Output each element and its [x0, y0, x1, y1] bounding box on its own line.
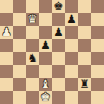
- square-c7[interactable]: ♛: [26, 13, 39, 26]
- square-g1[interactable]: [78, 91, 91, 104]
- square-d5[interactable]: ♟: [39, 39, 52, 52]
- square-b8[interactable]: [13, 0, 26, 13]
- white-queen-icon[interactable]: ♛: [27, 13, 37, 26]
- white-king-icon[interactable]: ♚: [40, 91, 50, 104]
- square-b4[interactable]: [13, 52, 26, 65]
- white-pawn-icon[interactable]: ♟: [1, 26, 11, 39]
- square-b1[interactable]: [13, 91, 26, 104]
- square-f7[interactable]: ♟: [65, 13, 78, 26]
- square-c1[interactable]: [26, 91, 39, 104]
- square-c2[interactable]: [26, 78, 39, 91]
- square-e4[interactable]: [52, 52, 65, 65]
- square-c3[interactable]: [26, 65, 39, 78]
- square-d4[interactable]: [39, 52, 52, 65]
- square-h3[interactable]: [91, 65, 104, 78]
- square-g2[interactable]: ♜: [78, 78, 91, 91]
- square-a5[interactable]: [0, 39, 13, 52]
- square-e5[interactable]: [52, 39, 65, 52]
- black-pawn-icon[interactable]: ♟: [40, 39, 50, 52]
- square-b6[interactable]: [13, 26, 26, 39]
- black-king-icon[interactable]: ♚: [53, 0, 63, 13]
- square-b2[interactable]: [13, 78, 26, 91]
- chess-board: ♚♛♟♟♟♟♞♝♜♚: [0, 0, 104, 104]
- square-g7[interactable]: [78, 13, 91, 26]
- black-pawn-icon[interactable]: ♟: [53, 26, 63, 39]
- square-a1[interactable]: [0, 91, 13, 104]
- square-d8[interactable]: [39, 0, 52, 13]
- square-f2[interactable]: [65, 78, 78, 91]
- square-g6[interactable]: [78, 26, 91, 39]
- square-b5[interactable]: [13, 39, 26, 52]
- square-a3[interactable]: [0, 65, 13, 78]
- black-rook-icon[interactable]: ♜: [79, 78, 89, 91]
- black-pawn-icon[interactable]: ♟: [66, 13, 76, 26]
- square-d7[interactable]: [39, 13, 52, 26]
- square-d1[interactable]: ♚: [39, 91, 52, 104]
- black-knight-icon[interactable]: ♞: [27, 52, 37, 65]
- square-f5[interactable]: [65, 39, 78, 52]
- square-a8[interactable]: [0, 0, 13, 13]
- square-g5[interactable]: [78, 39, 91, 52]
- square-b7[interactable]: [13, 13, 26, 26]
- square-h2[interactable]: [91, 78, 104, 91]
- square-c4[interactable]: ♞: [26, 52, 39, 65]
- square-h1[interactable]: [91, 91, 104, 104]
- square-f4[interactable]: [65, 52, 78, 65]
- square-h8[interactable]: [91, 0, 104, 13]
- square-a2[interactable]: [0, 78, 13, 91]
- square-e2[interactable]: [52, 78, 65, 91]
- square-e8[interactable]: ♚: [52, 0, 65, 13]
- square-e1[interactable]: [52, 91, 65, 104]
- square-h6[interactable]: [91, 26, 104, 39]
- square-g8[interactable]: [78, 0, 91, 13]
- square-b3[interactable]: [13, 65, 26, 78]
- square-e6[interactable]: ♟: [52, 26, 65, 39]
- square-f1[interactable]: [65, 91, 78, 104]
- square-c6[interactable]: [26, 26, 39, 39]
- square-e3[interactable]: [52, 65, 65, 78]
- square-a6[interactable]: ♟: [0, 26, 13, 39]
- square-h7[interactable]: [91, 13, 104, 26]
- square-a4[interactable]: [0, 52, 13, 65]
- square-h5[interactable]: [91, 39, 104, 52]
- square-f3[interactable]: [65, 65, 78, 78]
- square-f6[interactable]: [65, 26, 78, 39]
- square-h4[interactable]: [91, 52, 104, 65]
- square-g4[interactable]: [78, 52, 91, 65]
- chess-app: ♚♛♟♟♟♟♞♝♜♚: [0, 0, 104, 104]
